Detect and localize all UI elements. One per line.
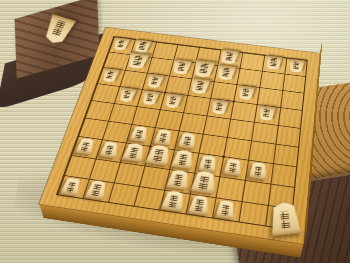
piece-kanji-mark: [105, 145, 114, 155]
piece-kanji-mark: [135, 130, 143, 139]
shogi-piece-sente-K[interactable]: [190, 169, 218, 194]
piece-body: [268, 201, 301, 237]
piece-kanji-mark: [159, 133, 167, 142]
piece-kanji-mark: [204, 159, 212, 169]
piece-body: [188, 194, 211, 216]
piece-body: [248, 161, 268, 181]
piece-body: [177, 131, 198, 149]
piece-body: [171, 148, 196, 169]
shogi-piece-sente-S[interactable]: [166, 168, 191, 190]
piece-kanji-mark: [81, 142, 90, 152]
piece-kanji-mark: [280, 212, 291, 230]
shogi-piece-sente-P[interactable]: [74, 137, 97, 155]
hoshi-dot: [232, 100, 235, 103]
shogi-piece-sente-P[interactable]: [177, 131, 198, 149]
piece-body: [59, 176, 83, 196]
piece-body: [121, 142, 146, 163]
shogi-piece-sente-L[interactable]: [215, 198, 237, 219]
piece-body: [84, 179, 109, 200]
piece-kanji-mark: [66, 182, 76, 193]
piece-kanji-mark: [254, 166, 262, 176]
shogi-piece-sente-N[interactable]: [84, 179, 109, 200]
piece-body: [98, 140, 120, 159]
shogi-piece-sente-P[interactable]: [222, 157, 243, 176]
piece-body: [145, 143, 173, 166]
piece-kanji-mark: [91, 184, 102, 197]
piece-body: [190, 169, 218, 194]
piece-kanji-mark: [153, 149, 164, 162]
piece-body: [129, 125, 150, 143]
shogi-piece-sente-L[interactable]: [59, 176, 83, 196]
piece-body: [215, 198, 237, 219]
shogi-piece-sente-S[interactable]: [121, 142, 146, 163]
piece-kanji-mark: [183, 136, 191, 146]
piece-kanji-mark: [198, 176, 209, 190]
scene: [0, 0, 350, 263]
piece-body: [74, 137, 97, 155]
piece-kanji-mark: [221, 204, 229, 215]
piece-body: [166, 168, 191, 190]
shogi-piece-sente-G[interactable]: [160, 189, 186, 212]
piece-kanji-mark: [194, 199, 204, 212]
piece-kanji-mark: [129, 147, 139, 159]
piece-kanji-mark: [173, 174, 183, 186]
hoshi-dot: [163, 91, 166, 93]
shogi-piece-sente-G[interactable]: [171, 148, 196, 169]
piece-kanji-mark: [178, 154, 188, 166]
piece-body: [222, 157, 243, 176]
shogi-piece-sente-R[interactable]: [145, 143, 173, 166]
piece-kanji-mark: [168, 195, 178, 208]
shogi-piece-sente-P[interactable]: [248, 161, 268, 181]
shogi-piece-sente-P[interactable]: [129, 125, 150, 143]
shogi-piece-sente-P[interactable]: [98, 140, 120, 159]
sente-hand-piece[interactable]: [268, 201, 301, 237]
piece-kanji-mark: [52, 20, 66, 36]
shogi-piece-sente-N[interactable]: [188, 194, 211, 216]
piece-body: [160, 189, 186, 212]
piece-kanji-mark: [229, 163, 237, 173]
